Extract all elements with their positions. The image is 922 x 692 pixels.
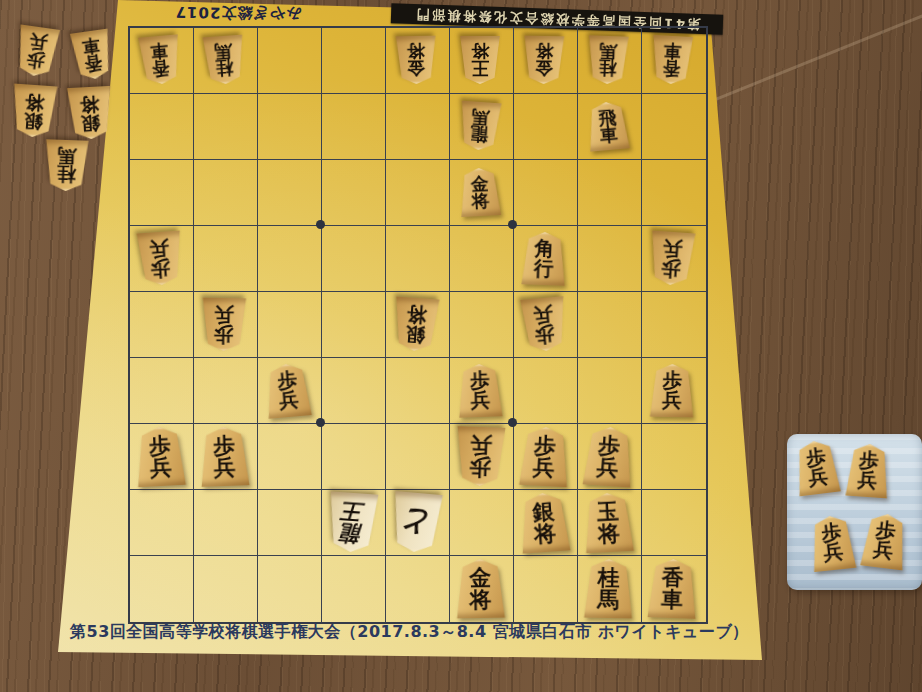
piece-kanji: 歩 bbox=[468, 456, 491, 478]
piece-kanji: 兵 bbox=[533, 304, 554, 325]
square-4e bbox=[450, 292, 514, 358]
piece-kanji: 香 bbox=[661, 566, 684, 588]
square-7h bbox=[258, 490, 322, 556]
piece-pawn-sente: 歩兵 bbox=[455, 363, 505, 418]
piece-silver-gote: 銀将 bbox=[8, 83, 60, 138]
piece-face: 歩兵 bbox=[516, 425, 572, 487]
square-3b bbox=[514, 94, 578, 160]
piece-king-gote: 王将 bbox=[458, 36, 502, 84]
square-6i bbox=[322, 556, 386, 622]
square-3i bbox=[514, 556, 578, 622]
square-3c bbox=[514, 160, 578, 226]
piece-kanji: 馬 bbox=[599, 42, 617, 60]
square-1h bbox=[642, 490, 706, 556]
square-9f bbox=[130, 358, 194, 424]
piece-pawn-gote: 歩兵 bbox=[134, 230, 186, 286]
piece-pawn-sente: 歩兵 bbox=[806, 514, 858, 573]
piece-kanji: 馬 bbox=[57, 146, 76, 165]
piece-kanji: 桂 bbox=[599, 60, 617, 78]
piece-knight-gote: 桂馬 bbox=[200, 35, 247, 86]
square-5i bbox=[386, 556, 450, 622]
square-1b bbox=[642, 94, 706, 160]
piece-pawn-sente: 歩兵 bbox=[580, 425, 637, 488]
square-7i bbox=[258, 556, 322, 622]
piece-face: 金将 bbox=[457, 167, 503, 217]
square-8f bbox=[194, 358, 258, 424]
piece-kanji: 歩 bbox=[148, 434, 171, 457]
piece-kanji: 車 bbox=[599, 125, 618, 144]
piece-gold-gote: 金将 bbox=[522, 36, 567, 85]
piece-kanji: 兵 bbox=[662, 238, 683, 259]
square-8c bbox=[194, 160, 258, 226]
piece-pawn-sente: 歩兵 bbox=[857, 511, 910, 570]
piece-face: 歩兵 bbox=[12, 24, 62, 79]
piece-kanji: 兵 bbox=[822, 542, 844, 564]
piece-face: 金将 bbox=[394, 36, 439, 85]
square-6e bbox=[322, 292, 386, 358]
square-8b bbox=[194, 94, 258, 160]
piece-face: 歩兵 bbox=[455, 363, 505, 418]
piece-silver-gote: 銀将 bbox=[390, 296, 442, 352]
square-8h bbox=[194, 490, 258, 556]
piece-kanji: 将 bbox=[79, 94, 99, 114]
piece-gold-gote: 金将 bbox=[394, 36, 439, 85]
piece-kanji: 将 bbox=[469, 588, 491, 610]
piece-kanji: 兵 bbox=[149, 455, 172, 478]
piece-pawn-sente: 歩兵 bbox=[648, 363, 697, 417]
square-6g bbox=[322, 424, 386, 490]
square-1e bbox=[642, 292, 706, 358]
piece-face: 歩兵 bbox=[843, 442, 893, 498]
square-1g bbox=[642, 424, 706, 490]
piece-lance-gote: 香車 bbox=[136, 34, 184, 86]
square-6b bbox=[322, 94, 386, 160]
square-5d bbox=[386, 226, 450, 292]
piece-kanji: 車 bbox=[81, 37, 101, 57]
piece-king-sente: 玉将 bbox=[580, 491, 636, 553]
piece-kanji: 将 bbox=[471, 192, 490, 210]
square-9b bbox=[130, 94, 194, 160]
piece-silver-sente: 銀将 bbox=[516, 491, 573, 554]
square-7a bbox=[258, 28, 322, 94]
piece-kanji: 車 bbox=[660, 588, 683, 610]
piece-pawn-gote: 歩兵 bbox=[200, 297, 249, 351]
piece-kanji: 桂 bbox=[597, 566, 619, 588]
square-6f bbox=[322, 358, 386, 424]
star-point bbox=[316, 418, 325, 427]
piece-face: 香車 bbox=[649, 35, 695, 85]
piece-kanji: 行 bbox=[534, 258, 554, 278]
square-9h bbox=[130, 490, 194, 556]
piece-kanji: 金 bbox=[469, 566, 491, 588]
square-9e bbox=[130, 292, 194, 358]
piece-face: 歩兵 bbox=[646, 230, 698, 286]
piece-face: 飛車 bbox=[584, 100, 632, 152]
piece-face: 桂馬 bbox=[585, 35, 631, 85]
piece-kanji: 将 bbox=[24, 92, 45, 112]
piece-pawn-sente: 歩兵 bbox=[791, 438, 843, 496]
piece-face: 香車 bbox=[68, 28, 116, 81]
piece-kanji: 兵 bbox=[662, 390, 682, 410]
piece-face: 桂馬 bbox=[581, 558, 635, 618]
piece-face: 歩兵 bbox=[262, 362, 314, 419]
piece-face: 歩兵 bbox=[580, 425, 637, 488]
wooden-table: みやぎ総文2017 第41回全国高等学校総合文化祭将棋部門 香車桂馬金将王将金将… bbox=[0, 0, 922, 692]
piece-kanji: 王 bbox=[471, 60, 489, 77]
piece-kanji: 将 bbox=[535, 42, 553, 60]
piece-kanji: 歩 bbox=[597, 434, 620, 457]
piece-face: 桂馬 bbox=[42, 139, 91, 192]
piece-face: 銀将 bbox=[516, 491, 573, 554]
piece-kanji: 玉 bbox=[596, 500, 619, 523]
piece-kanji: 兵 bbox=[807, 466, 829, 487]
piece-face: 銀将 bbox=[65, 86, 116, 140]
piece-kanji: 車 bbox=[150, 42, 169, 61]
square-4d bbox=[450, 226, 514, 292]
square-9i bbox=[130, 556, 194, 622]
square-4h bbox=[450, 490, 514, 556]
piece-kanji: 兵 bbox=[857, 469, 878, 490]
piece-face: 玉将 bbox=[580, 491, 636, 553]
piece-pawn-gote: 歩兵 bbox=[452, 426, 507, 487]
piece-kanji: 兵 bbox=[469, 434, 492, 456]
piece-kanji: 兵 bbox=[149, 238, 170, 259]
piece-kanji: 馬 bbox=[597, 588, 619, 610]
piece-bishop-sente: 角行 bbox=[519, 231, 569, 286]
square-5c bbox=[386, 160, 450, 226]
piece-pawn-sente: 歩兵 bbox=[132, 425, 188, 487]
piece-face: 桂馬 bbox=[200, 35, 247, 86]
piece-pawn-gote: 歩兵 bbox=[646, 230, 698, 286]
piece-face: 香車 bbox=[644, 558, 699, 619]
piece-kanji: 角 bbox=[534, 238, 554, 258]
square-7d bbox=[258, 226, 322, 292]
square-5b bbox=[386, 94, 450, 160]
piece-pawn-sente: 歩兵 bbox=[516, 425, 572, 487]
square-2c bbox=[578, 160, 642, 226]
piece-promoted-bishop-gote: 龍馬 bbox=[456, 101, 503, 152]
piece-silver-gote: 銀将 bbox=[65, 86, 116, 140]
piece-gold-sente: 金将 bbox=[453, 558, 507, 618]
piece-kanji: 兵 bbox=[470, 390, 490, 410]
square-3f bbox=[514, 358, 578, 424]
piece-face: 王将 bbox=[458, 36, 502, 84]
star-point bbox=[316, 220, 325, 229]
piece-kanji: 桂 bbox=[56, 165, 75, 184]
piece-face: 歩兵 bbox=[791, 438, 843, 496]
piece-kanji: 龍 bbox=[340, 521, 363, 544]
piece-kanji: 兵 bbox=[214, 305, 234, 325]
piece-kanji: 将 bbox=[407, 42, 425, 60]
square-8i bbox=[194, 556, 258, 622]
square-1c bbox=[642, 160, 706, 226]
piece-kanji: 兵 bbox=[596, 455, 619, 478]
piece-kanji: 歩 bbox=[214, 324, 234, 344]
piece-face: 金将 bbox=[453, 558, 507, 618]
piece-kanji: 金 bbox=[407, 60, 425, 78]
piece-lance-gote: 香車 bbox=[649, 35, 695, 85]
piece-kanji: 将 bbox=[597, 521, 620, 544]
star-point bbox=[508, 418, 517, 427]
piece-pawn-sente: 歩兵 bbox=[196, 426, 251, 487]
square-2d bbox=[578, 226, 642, 292]
square-2f bbox=[578, 358, 642, 424]
piece-knight-gote: 桂馬 bbox=[585, 35, 631, 85]
piece-kanji: 歩 bbox=[533, 434, 556, 457]
square-6c bbox=[322, 160, 386, 226]
piece-face: 歩兵 bbox=[132, 425, 188, 487]
piece-kanji: 歩 bbox=[212, 434, 235, 456]
piece-tokin-gote: と bbox=[387, 490, 445, 553]
piece-face: 歩兵 bbox=[134, 230, 186, 286]
star-point bbox=[508, 220, 517, 229]
square-9c bbox=[130, 160, 194, 226]
piece-kanji: 歩 bbox=[662, 371, 682, 391]
piece-gold-sente: 金将 bbox=[457, 167, 503, 217]
piece-kanji: 王 bbox=[341, 500, 364, 523]
square-6d bbox=[322, 226, 386, 292]
piece-kanji: 車 bbox=[663, 42, 682, 60]
square-7e bbox=[258, 292, 322, 358]
piece-face: 角行 bbox=[519, 231, 569, 286]
piece-face: 歩兵 bbox=[806, 514, 858, 573]
piece-kanji: 将 bbox=[406, 304, 427, 325]
square-7c bbox=[258, 160, 322, 226]
piece-face: 歩兵 bbox=[648, 363, 697, 417]
piece-kanji: 兵 bbox=[28, 32, 48, 52]
piece-kanji: 将 bbox=[533, 521, 556, 544]
piece-pawn-sente: 歩兵 bbox=[262, 362, 314, 419]
piece-face: 歩兵 bbox=[452, 426, 507, 487]
piece-face: 金将 bbox=[522, 36, 567, 85]
square-5f bbox=[386, 358, 450, 424]
bottom-caption: 第53回全国高等学校将棋選手権大会（2017.8.3～8.4 宮城県白石市 ホワ… bbox=[70, 622, 782, 643]
piece-face: 銀将 bbox=[8, 83, 60, 138]
square-2e bbox=[578, 292, 642, 358]
piece-face: 香車 bbox=[136, 34, 184, 86]
square-7b bbox=[258, 94, 322, 160]
piece-face: 銀将 bbox=[390, 296, 442, 352]
square-6a bbox=[322, 28, 386, 94]
piece-lance-gote: 香車 bbox=[68, 28, 116, 81]
piece-kanji: 歩 bbox=[470, 370, 490, 390]
event-logo: みやぎ総文2017 bbox=[158, 2, 318, 24]
piece-face: と bbox=[387, 490, 445, 553]
piece-lance-sente: 香車 bbox=[644, 558, 699, 619]
piece-face: 歩兵 bbox=[857, 511, 910, 570]
piece-pawn-gote: 歩兵 bbox=[12, 24, 62, 79]
square-5g bbox=[386, 424, 450, 490]
piece-face: 歩兵 bbox=[518, 296, 570, 353]
piece-face: 龍王 bbox=[324, 491, 381, 554]
piece-rook-sente: 飛車 bbox=[584, 100, 632, 152]
piece-kanji: 兵 bbox=[278, 389, 299, 410]
piece-kanji: 兵 bbox=[532, 455, 555, 478]
piece-knight-gote: 桂馬 bbox=[42, 139, 91, 192]
piece-kanji: 馬 bbox=[471, 108, 490, 127]
piece-kanji: 馬 bbox=[214, 42, 233, 61]
square-8d bbox=[194, 226, 258, 292]
piece-kanji: 兵 bbox=[213, 456, 236, 478]
piece-face: 歩兵 bbox=[200, 297, 249, 351]
piece-pawn-gote: 歩兵 bbox=[518, 296, 570, 353]
piece-knight-sente: 桂馬 bbox=[581, 558, 635, 618]
piece-kanji: 金 bbox=[535, 60, 553, 78]
square-7g bbox=[258, 424, 322, 490]
piece-kanji: 兵 bbox=[872, 540, 894, 562]
piece-promoted-rook-gote: 龍王 bbox=[324, 491, 381, 554]
piece-kanji: と bbox=[400, 506, 433, 537]
piece-face: 歩兵 bbox=[196, 426, 251, 487]
piece-kanji: 銀 bbox=[532, 500, 555, 523]
piece-kanji: 将 bbox=[471, 43, 489, 60]
piece-face: 龍馬 bbox=[456, 101, 503, 152]
piece-pawn-sente: 歩兵 bbox=[843, 442, 893, 498]
